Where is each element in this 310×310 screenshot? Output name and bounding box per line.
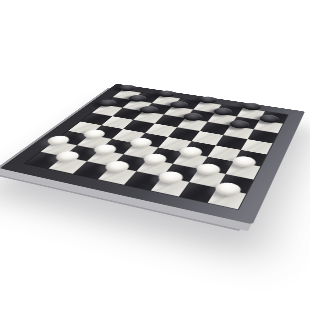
square-r3c4[interactable] [155, 115, 186, 128]
checkers-board [0, 84, 305, 225]
square-r3c6[interactable] [200, 122, 230, 135]
checker-piece-black[interactable] [155, 89, 178, 97]
checker-piece-white[interactable] [127, 136, 155, 148]
square-r8c8[interactable] [208, 188, 246, 209]
product-photo-scene [0, 0, 310, 310]
checker-piece-black[interactable] [196, 95, 219, 104]
checker-piece-white[interactable] [90, 143, 119, 156]
checker-piece-white[interactable] [140, 152, 169, 166]
checker-piece-black[interactable] [115, 84, 138, 92]
board-grid [25, 90, 287, 209]
square-r4c6[interactable] [192, 131, 224, 145]
checker-piece-black[interactable] [240, 102, 263, 111]
